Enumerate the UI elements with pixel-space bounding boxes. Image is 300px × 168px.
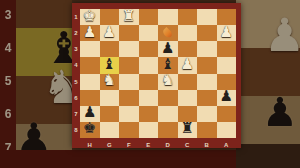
white-pawn-icon: ♟ — [220, 25, 233, 40]
square-g7[interactable] — [100, 106, 120, 122]
square-d5[interactable]: ♞ — [158, 74, 178, 90]
square-g6[interactable] — [100, 90, 120, 106]
square-e7[interactable] — [139, 106, 159, 122]
square-g8[interactable] — [100, 122, 120, 138]
black-bishop-icon: ♝ — [161, 57, 174, 72]
square-f3[interactable] — [119, 41, 139, 57]
square-e2[interactable] — [139, 25, 159, 41]
square-c4[interactable]: ♟ — [178, 57, 198, 73]
square-b7[interactable] — [197, 106, 217, 122]
file-label-f: F — [119, 140, 139, 150]
white-pawn-icon: ♟ — [181, 57, 194, 72]
rank-label-2: 2 — [72, 30, 80, 36]
square-c8[interactable]: ♜ — [178, 122, 198, 138]
board-squares: ♚♜♟♟♟♟♝♝♟♞♞♟♟♚♜ — [80, 9, 236, 138]
square-e1[interactable] — [139, 9, 159, 25]
square-b3[interactable] — [197, 41, 217, 57]
square-e8[interactable] — [139, 122, 159, 138]
square-a2[interactable]: ♟ — [217, 25, 237, 41]
square-e5[interactable] — [139, 74, 159, 90]
white-rook-icon: ♜ — [122, 9, 135, 24]
square-d6[interactable] — [158, 90, 178, 106]
square-f1[interactable]: ♜ — [119, 9, 139, 25]
white-knight-icon: ♞ — [161, 73, 174, 88]
square-c5[interactable] — [178, 74, 198, 90]
square-h5[interactable] — [80, 74, 100, 90]
white-pawn-icon: ♟ — [103, 25, 116, 40]
square-d8[interactable] — [158, 122, 178, 138]
square-b6[interactable] — [197, 90, 217, 106]
square-a6[interactable]: ♟ — [217, 90, 237, 106]
square-b8[interactable] — [197, 122, 217, 138]
flame-icon — [162, 27, 174, 39]
square-b1[interactable] — [197, 9, 217, 25]
file-label-d: D — [158, 140, 178, 150]
file-label-e: E — [139, 140, 159, 150]
file-label-h: H — [80, 140, 100, 150]
square-f4[interactable] — [119, 57, 139, 73]
square-c6[interactable] — [178, 90, 198, 106]
square-g5[interactable]: ♞ — [100, 74, 120, 90]
square-h2[interactable]: ♟ — [80, 25, 100, 41]
square-d1[interactable] — [158, 9, 178, 25]
file-label-a: A — [217, 140, 237, 150]
square-f5[interactable] — [119, 74, 139, 90]
square-f6[interactable] — [119, 90, 139, 106]
square-c1[interactable] — [178, 9, 198, 25]
square-h4[interactable] — [80, 57, 100, 73]
square-h3[interactable] — [80, 41, 100, 57]
rank-label-4: 4 — [72, 62, 80, 68]
white-pawn-icon: ♟ — [83, 25, 96, 40]
white-king-icon: ♚ — [83, 9, 96, 24]
square-a8[interactable] — [217, 122, 237, 138]
black-pawn-icon: ♟ — [161, 41, 174, 56]
rank-label-8: 8 — [72, 127, 80, 133]
square-b2[interactable] — [197, 25, 217, 41]
black-pawn-icon: ♟ — [220, 89, 233, 104]
square-a3[interactable] — [217, 41, 237, 57]
white-knight-icon: ♞ — [103, 73, 116, 88]
square-e3[interactable] — [139, 41, 159, 57]
square-e6[interactable] — [139, 90, 159, 106]
square-d7[interactable] — [158, 106, 178, 122]
square-f7[interactable] — [119, 106, 139, 122]
square-h8[interactable]: ♚ — [80, 122, 100, 138]
file-label-c: C — [178, 140, 198, 150]
black-pawn-icon: ♟ — [83, 105, 96, 120]
chess-board: ♚♜♟♟♟♟♝♝♟♞♞♟♟♚♜ 12345678HGFEDCBA — [72, 3, 241, 148]
video-frame: 34567♝♞♟♟♟ ♚♜♟♟♟♟♝♝♟♞♞♟♟♚♜ 12345678HGFED… — [0, 0, 300, 168]
file-label-b: B — [197, 140, 217, 150]
rank-label-6: 6 — [72, 95, 80, 101]
rank-label-7: 7 — [72, 111, 80, 117]
square-f2[interactable] — [119, 25, 139, 41]
square-a7[interactable] — [217, 106, 237, 122]
square-b5[interactable] — [197, 74, 217, 90]
black-king-icon: ♚ — [83, 121, 96, 136]
rank-label-3: 3 — [72, 46, 80, 52]
file-label-g: G — [100, 140, 120, 150]
black-bishop-icon: ♝ — [103, 57, 116, 72]
square-g2[interactable]: ♟ — [100, 25, 120, 41]
square-e4[interactable] — [139, 57, 159, 73]
square-c2[interactable] — [178, 25, 198, 41]
rank-label-5: 5 — [72, 79, 80, 85]
black-rook-icon: ♜ — [181, 121, 194, 136]
square-f8[interactable] — [119, 122, 139, 138]
square-a4[interactable] — [217, 57, 237, 73]
square-b4[interactable] — [197, 57, 217, 73]
rank-label-1: 1 — [72, 14, 80, 20]
